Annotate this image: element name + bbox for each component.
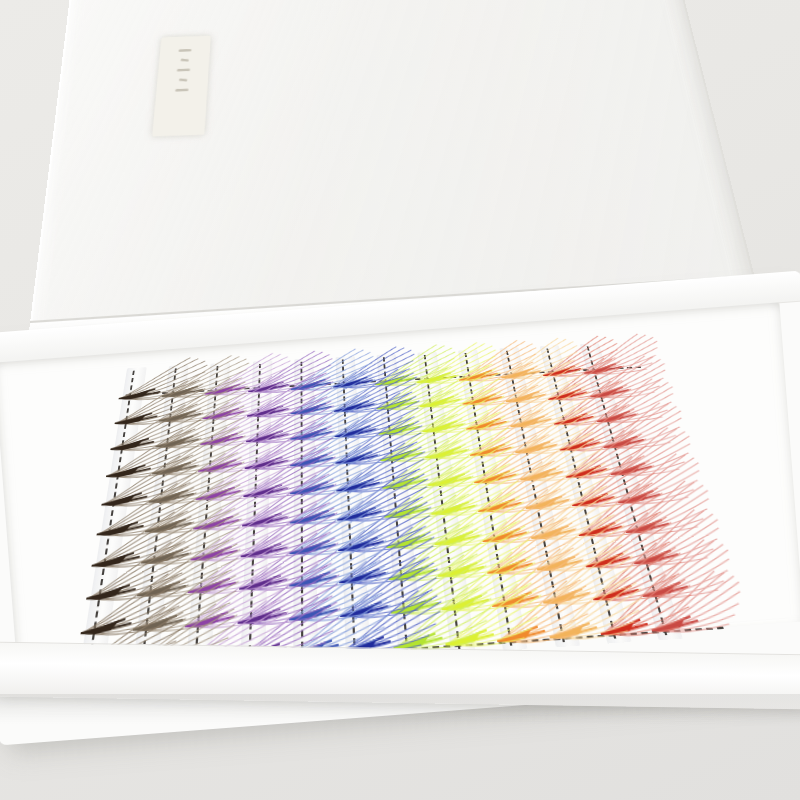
sticker-illegible-mark bbox=[178, 49, 191, 52]
sticker-illegible-mark bbox=[175, 89, 188, 92]
lid-sticker bbox=[152, 36, 211, 137]
sticker-illegible-mark bbox=[177, 69, 190, 72]
strip-grid bbox=[78, 349, 706, 671]
product-photo bbox=[0, 0, 800, 800]
sticker-illegible-mark bbox=[178, 78, 187, 81]
sticker-illegible-mark bbox=[180, 59, 189, 62]
